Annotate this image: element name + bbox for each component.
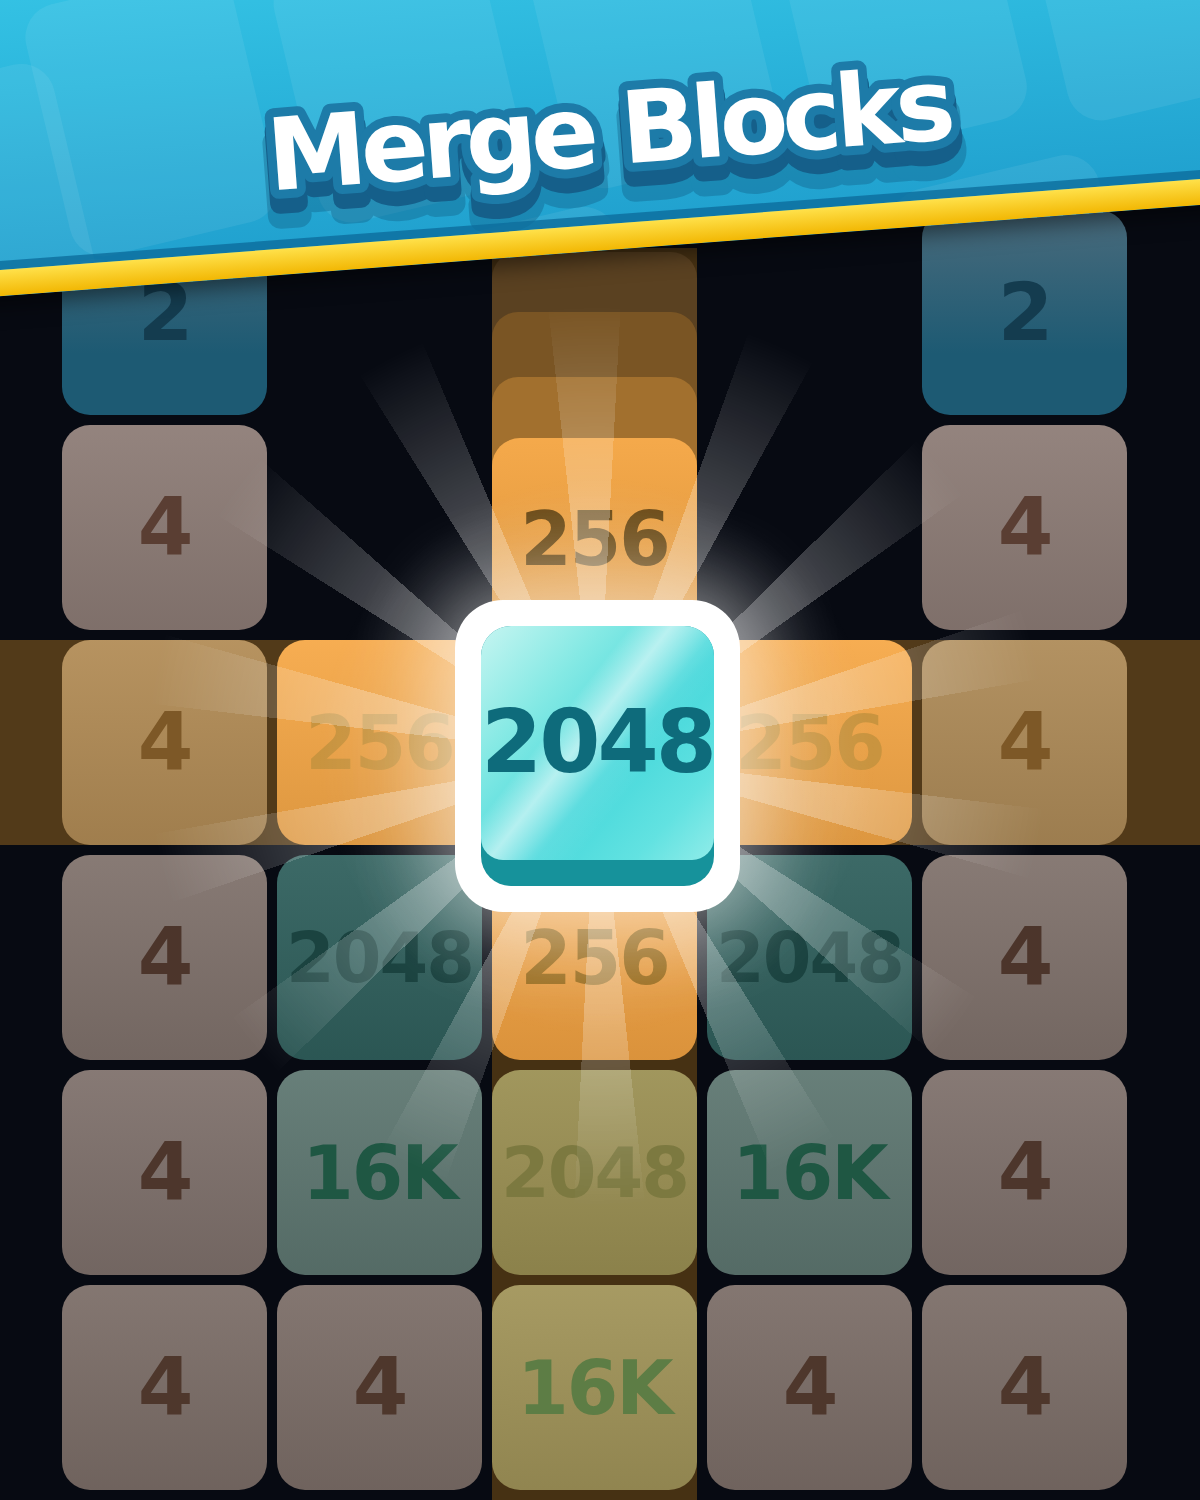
merged-tile-2048[interactable]: 2048 (455, 600, 740, 912)
merged-tile-value: 2048 (481, 690, 714, 793)
tile-r6c1-4[interactable]: 4 (62, 1285, 267, 1490)
tile-r6c2-4[interactable]: 4 (277, 1285, 482, 1490)
tile-r5c1-4[interactable]: 4 (62, 1070, 267, 1275)
tile-r6c5-4[interactable]: 4 (922, 1285, 1127, 1490)
tile-r6c3-16K[interactable]: 16K (492, 1285, 697, 1490)
tile-r1c5-2[interactable]: 2 (922, 210, 1127, 415)
merged-tile-body: 2048 (481, 626, 714, 886)
tile-r6c4-4[interactable]: 4 (707, 1285, 912, 1490)
merged-tile-face: 2048 (481, 626, 714, 860)
tile-r5c5-4[interactable]: 4 (922, 1070, 1127, 1275)
game-screen: 2242564425625644204825620484416K204816K4… (0, 0, 1200, 1500)
